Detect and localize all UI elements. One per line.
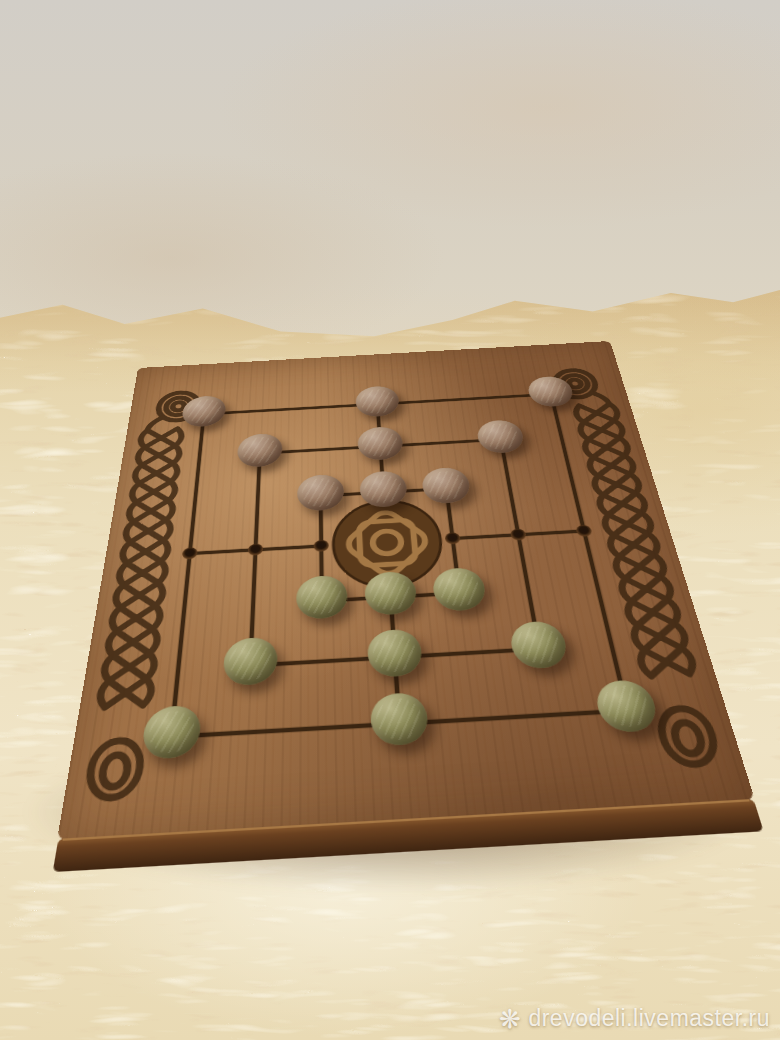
piece-glyph: ● [355,385,400,417]
grid-spacer [290,386,349,430]
snowflake-ornament-icon: ❋ [499,1006,521,1032]
piece-glyph: ● [364,571,418,616]
piece-glyph: ● [359,470,408,508]
point-f4[interactable] [482,508,557,564]
point-d5[interactable]: ● [351,467,417,518]
green-piece-d1[interactable]: ● [370,692,430,747]
grid-spacer [207,696,286,771]
point-dimple [510,528,527,541]
grid-spacer [461,376,526,420]
grid-spacer [231,389,291,433]
grid-spacer [428,620,508,687]
piece-glyph: ● [222,636,278,686]
point-e5[interactable]: ● [413,464,482,515]
piece-glyph: ● [421,467,472,505]
green-piece-f2[interactable]: ● [508,620,570,669]
point-c4[interactable] [288,519,355,575]
green-piece-b2[interactable]: ● [222,636,278,686]
point-a4[interactable] [153,526,224,583]
point-e4[interactable] [417,511,489,567]
watermark-text: drevodeli.livemaster.ru [528,1005,770,1032]
point-a7[interactable]: ● [172,392,234,436]
piece-glyph: ● [181,395,227,428]
point-dimple [444,532,461,545]
piece-glyph: ● [357,426,404,461]
brown-piece-e5[interactable]: ● [421,467,472,505]
piece-glyph: ● [508,620,570,669]
grid-spacer [353,515,422,571]
green-piece-g1[interactable]: ● [593,679,662,733]
grid-spacer [146,579,221,641]
point-g7[interactable]: ● [518,373,586,417]
point-e3[interactable]: ● [422,563,498,624]
grid-spacer [526,413,597,460]
grid-spacer [536,457,610,508]
grid-spacer [286,628,360,696]
brown-piece-f6[interactable]: ● [475,419,526,454]
point-c3[interactable]: ● [287,571,357,632]
brown-piece-a7[interactable]: ● [181,395,227,428]
green-piece-c3[interactable]: ● [296,575,348,620]
grid-spacer [217,575,288,637]
point-d3[interactable]: ● [355,567,428,628]
point-dimple [575,525,593,538]
piece-glyph: ● [297,474,344,512]
green-piece-d3[interactable]: ● [364,571,418,616]
grid-spacer [408,420,474,467]
brown-piece-g7[interactable]: ● [526,376,576,408]
piece-glyph: ● [237,433,283,468]
point-d6[interactable]: ● [349,423,412,470]
point-d7[interactable]: ● [348,383,409,427]
point-dimple [182,547,198,560]
grid-spacer [490,559,569,620]
green-piece-a1[interactable]: ● [141,705,202,760]
brown-piece-d6[interactable]: ● [357,426,404,461]
piece-glyph: ● [475,419,526,454]
brown-piece-d5[interactable]: ● [359,470,408,508]
green-piece-d2[interactable]: ● [367,628,424,678]
piece-glyph: ● [296,575,348,620]
point-dimple [248,543,264,556]
piece-glyph: ● [526,376,576,408]
piece-glyph: ● [370,692,430,747]
grid-spacer [474,460,546,511]
point-d2[interactable]: ● [357,624,434,691]
piece-glyph: ● [367,628,424,678]
point-g4[interactable] [546,504,624,560]
brown-piece-b6[interactable]: ● [237,433,283,468]
grid-spacer [160,478,228,530]
point-b4[interactable] [221,522,289,578]
point-c5[interactable]: ● [289,471,353,523]
watermark: ❋ drevodeli.livemaster.ru [499,1005,770,1032]
grid-spacer [404,379,467,423]
point-f6[interactable]: ● [467,416,535,463]
point-f2[interactable]: ● [498,616,582,683]
point-d1[interactable]: ● [360,687,441,761]
point-b2[interactable]: ● [212,632,287,700]
grid-spacer [434,683,519,757]
point-b6[interactable]: ● [228,430,290,478]
green-piece-e3[interactable]: ● [431,567,487,612]
grid-spacer [166,433,231,481]
grid-spacer [285,692,363,767]
point-dimple [314,540,329,553]
piece-glyph: ● [141,705,202,760]
piece-glyph: ● [431,567,487,612]
scene: ●●●●●●●●●●●●●●●●●● ❋ drevodeli.livemaste… [0,0,780,1040]
brown-piece-d7[interactable]: ● [355,385,400,417]
grid-spacer [138,636,217,704]
piece-glyph: ● [593,679,662,733]
grid-spacer [290,427,352,475]
brown-piece-c5[interactable]: ● [297,474,344,512]
grid-spacer [225,474,290,526]
point-a1[interactable]: ● [129,700,212,775]
